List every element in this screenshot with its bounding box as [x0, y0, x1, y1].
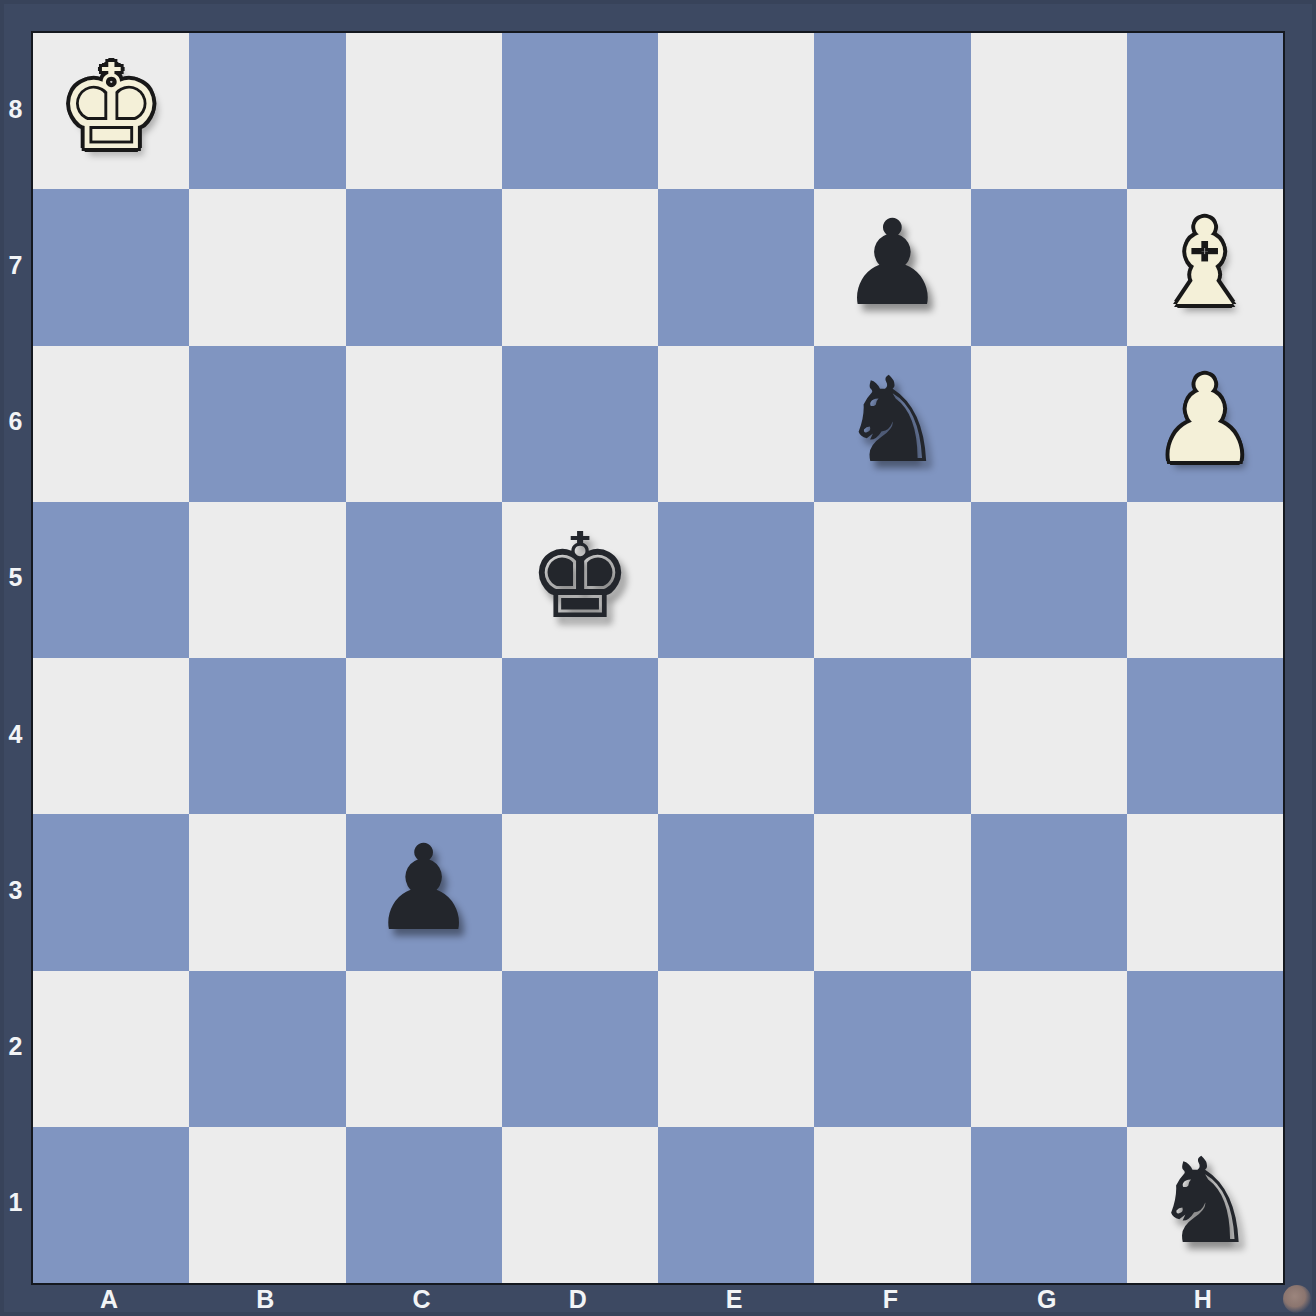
corner-badge-icon [1283, 1285, 1311, 1313]
square-b1[interactable] [189, 1127, 345, 1283]
rank-label-1: 1 [0, 1125, 31, 1281]
white-pawn[interactable]: ♟ [1152, 361, 1258, 479]
square-d2[interactable] [502, 971, 658, 1127]
square-h3[interactable] [1127, 814, 1283, 970]
square-f4[interactable] [814, 658, 970, 814]
square-a8[interactable]: ♚ [33, 33, 189, 189]
square-g4[interactable] [971, 658, 1127, 814]
square-c6[interactable] [346, 346, 502, 502]
rank-label-5: 5 [0, 500, 31, 656]
square-e8[interactable] [658, 33, 814, 189]
square-b8[interactable] [189, 33, 345, 189]
square-d3[interactable] [502, 814, 658, 970]
file-label-g: G [969, 1283, 1125, 1316]
square-b2[interactable] [189, 971, 345, 1127]
square-h4[interactable] [1127, 658, 1283, 814]
file-label-d: D [500, 1283, 656, 1316]
square-g8[interactable] [971, 33, 1127, 189]
rank-label-8: 8 [0, 31, 31, 187]
square-f5[interactable] [814, 502, 970, 658]
square-a3[interactable] [33, 814, 189, 970]
square-d5[interactable]: ♚ [502, 502, 658, 658]
black-king[interactable]: ♚ [527, 517, 633, 635]
black-knight[interactable]: ♞ [1152, 1142, 1258, 1260]
square-f7[interactable]: ♟ [814, 189, 970, 345]
file-label-a: A [31, 1283, 187, 1316]
square-c3[interactable]: ♟ [346, 814, 502, 970]
rank-label-4: 4 [0, 656, 31, 812]
black-knight[interactable]: ♞ [839, 361, 945, 479]
square-b7[interactable] [189, 189, 345, 345]
square-b6[interactable] [189, 346, 345, 502]
square-g3[interactable] [971, 814, 1127, 970]
square-d1[interactable] [502, 1127, 658, 1283]
square-c1[interactable] [346, 1127, 502, 1283]
rank-label-3: 3 [0, 812, 31, 968]
square-a7[interactable] [33, 189, 189, 345]
square-a5[interactable] [33, 502, 189, 658]
white-king[interactable]: ♚ [58, 48, 164, 166]
file-label-b: B [187, 1283, 343, 1316]
chess-board: ♚♟♝♞♟♚♟♞ [31, 31, 1285, 1285]
square-h7[interactable]: ♝ [1127, 189, 1283, 345]
square-g7[interactable] [971, 189, 1127, 345]
square-a2[interactable] [33, 971, 189, 1127]
square-e1[interactable] [658, 1127, 814, 1283]
black-pawn[interactable]: ♟ [839, 204, 945, 322]
square-d4[interactable] [502, 658, 658, 814]
square-g1[interactable] [971, 1127, 1127, 1283]
rank-label-2: 2 [0, 969, 31, 1125]
square-g5[interactable] [971, 502, 1127, 658]
board-frame: ♚♟♝♞♟♚♟♞ 87654321 ABCDEFGH [0, 0, 1316, 1316]
square-e3[interactable] [658, 814, 814, 970]
file-label-f: F [812, 1283, 968, 1316]
square-c8[interactable] [346, 33, 502, 189]
square-c5[interactable] [346, 502, 502, 658]
square-e5[interactable] [658, 502, 814, 658]
square-a6[interactable] [33, 346, 189, 502]
square-f2[interactable] [814, 971, 970, 1127]
rank-label-7: 7 [0, 187, 31, 343]
square-f3[interactable] [814, 814, 970, 970]
square-b3[interactable] [189, 814, 345, 970]
square-c7[interactable] [346, 189, 502, 345]
square-f1[interactable] [814, 1127, 970, 1283]
square-a1[interactable] [33, 1127, 189, 1283]
square-a4[interactable] [33, 658, 189, 814]
square-f6[interactable]: ♞ [814, 346, 970, 502]
square-d7[interactable] [502, 189, 658, 345]
file-label-h: H [1125, 1283, 1281, 1316]
square-f8[interactable] [814, 33, 970, 189]
square-h2[interactable] [1127, 971, 1283, 1127]
square-h5[interactable] [1127, 502, 1283, 658]
rank-label-6: 6 [0, 344, 31, 500]
square-e4[interactable] [658, 658, 814, 814]
square-h1[interactable]: ♞ [1127, 1127, 1283, 1283]
square-d6[interactable] [502, 346, 658, 502]
square-e2[interactable] [658, 971, 814, 1127]
square-g6[interactable] [971, 346, 1127, 502]
white-bishop[interactable]: ♝ [1152, 204, 1258, 322]
square-b4[interactable] [189, 658, 345, 814]
square-c4[interactable] [346, 658, 502, 814]
black-pawn[interactable]: ♟ [371, 829, 477, 947]
file-label-c: C [344, 1283, 500, 1316]
file-label-e: E [656, 1283, 812, 1316]
square-b5[interactable] [189, 502, 345, 658]
square-h6[interactable]: ♟ [1127, 346, 1283, 502]
square-h8[interactable] [1127, 33, 1283, 189]
square-d8[interactable] [502, 33, 658, 189]
square-e7[interactable] [658, 189, 814, 345]
square-c2[interactable] [346, 971, 502, 1127]
square-g2[interactable] [971, 971, 1127, 1127]
square-e6[interactable] [658, 346, 814, 502]
